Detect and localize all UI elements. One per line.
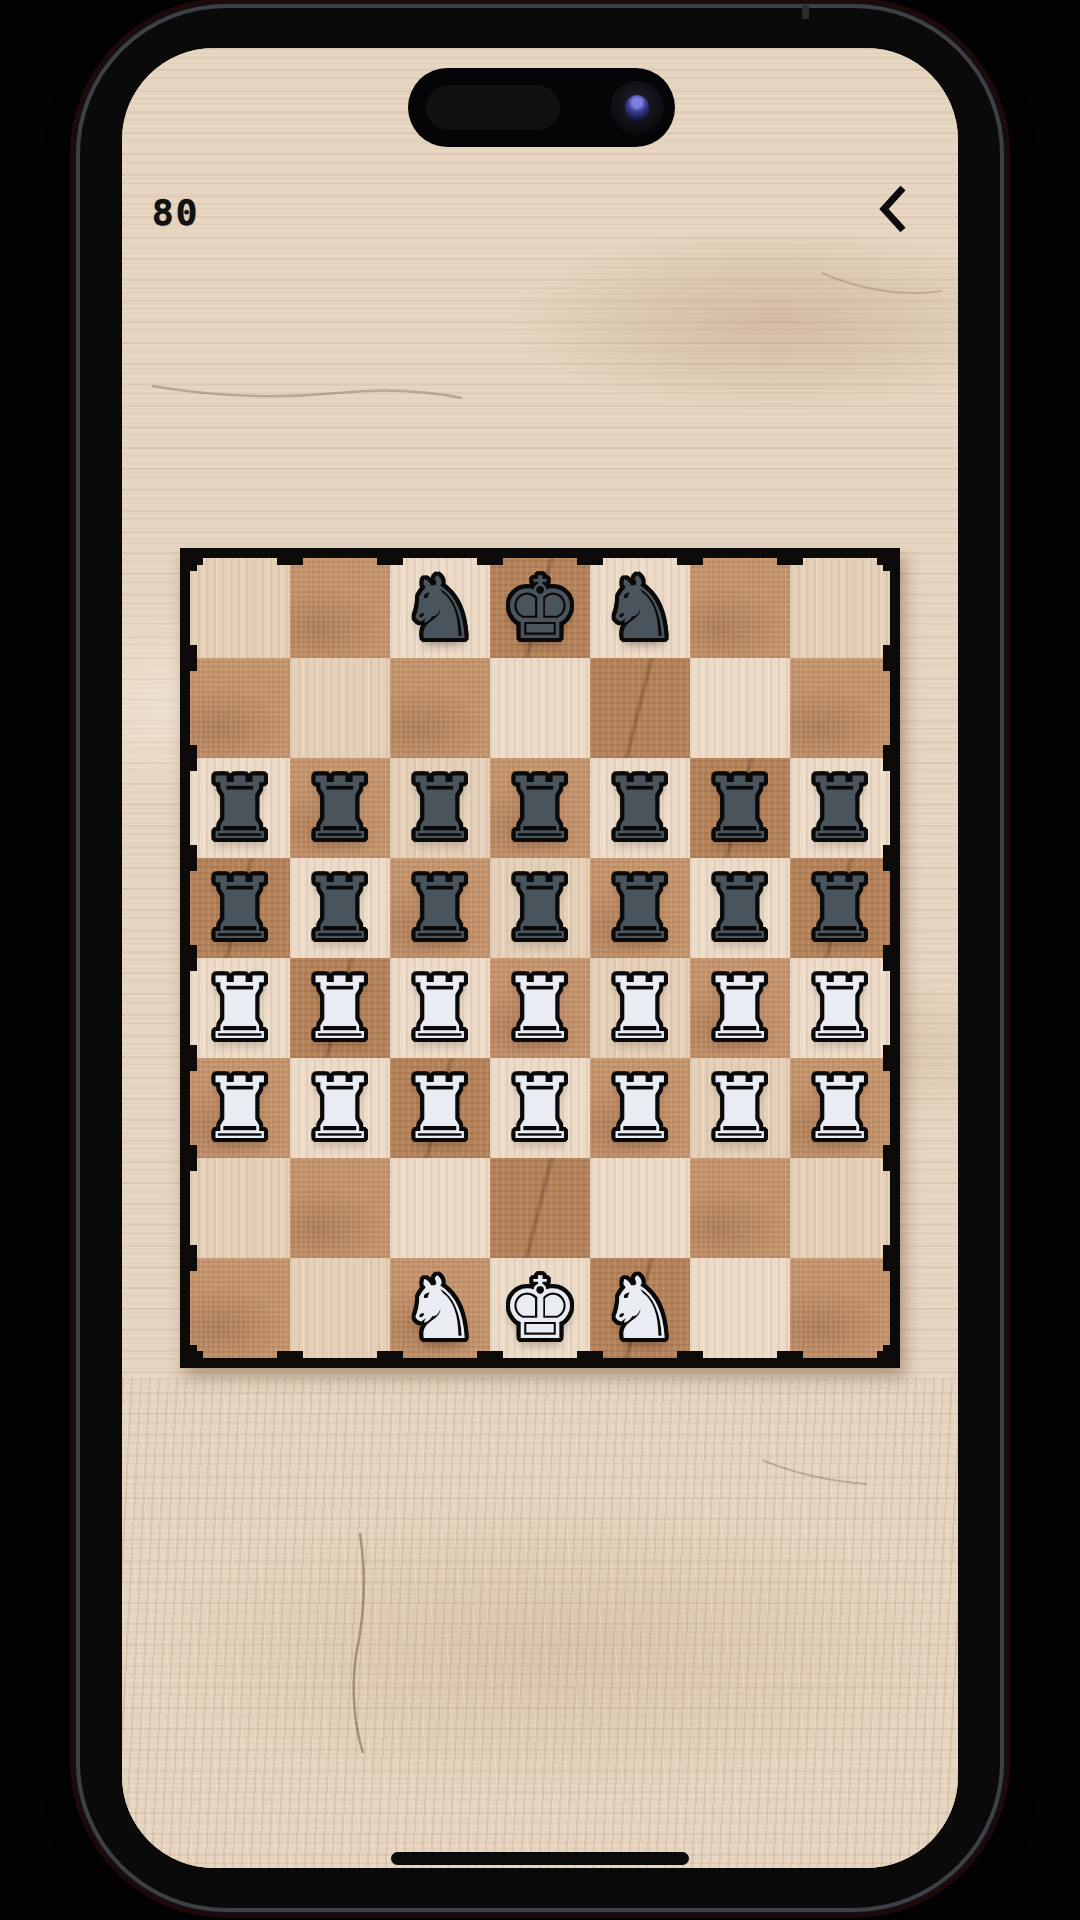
board-square[interactable]: ♜ [590, 958, 690, 1058]
board-square[interactable] [690, 1158, 790, 1258]
board-square[interactable] [290, 1158, 390, 1258]
board-square[interactable]: ♜ [590, 858, 690, 958]
chess-board-frame: ♞♚♞♜♜♜♜♜♜♜♜♜♜♜♜♜♜♜♜♜♜♜♜♜♜♜♜♜♜♜♜♞♚♞ [180, 548, 900, 1368]
piece-white-rook: ♜ [190, 958, 290, 1058]
board-square[interactable]: ♜ [190, 858, 290, 958]
piece-black-knight: ♞ [590, 558, 690, 658]
board-square[interactable]: ♜ [490, 758, 590, 858]
board-square[interactable] [790, 1158, 890, 1258]
piece-white-rook: ♜ [190, 1058, 290, 1158]
piece-black-rook: ♜ [390, 858, 490, 958]
board-square[interactable]: ♜ [290, 758, 390, 858]
piece-black-rook: ♜ [590, 858, 690, 958]
board-square[interactable] [290, 658, 390, 758]
piece-white-rook: ♜ [790, 958, 890, 1058]
piece-white-rook: ♜ [590, 1058, 690, 1158]
front-camera-icon [610, 81, 664, 135]
piece-black-rook: ♜ [790, 858, 890, 958]
chevron-left-icon [878, 184, 908, 234]
piece-white-rook: ♜ [490, 1058, 590, 1158]
board-square[interactable] [790, 1258, 890, 1358]
board-square[interactable]: ♜ [290, 858, 390, 958]
board-square[interactable]: ♜ [490, 1058, 590, 1158]
board-square[interactable] [190, 558, 290, 658]
piece-white-rook: ♜ [790, 1058, 890, 1158]
piece-black-rook: ♜ [490, 858, 590, 958]
speaker-sensor [426, 85, 560, 130]
piece-white-rook: ♜ [290, 1058, 390, 1158]
board-square[interactable] [590, 658, 690, 758]
board-square[interactable] [190, 1258, 290, 1358]
board-square[interactable]: ♚ [490, 1258, 590, 1358]
board-square[interactable]: ♜ [390, 958, 490, 1058]
wood-grain-lower [122, 1378, 958, 1868]
home-indicator[interactable] [391, 1852, 689, 1865]
phone-frame: 80 ♞♚♞♜♜♜♜♜♜♜♜♜♜♜♜♜♜♜♜♜♜♜♜♜♜♜♜♜♜♜♜♞♚♞ [76, 4, 1004, 1912]
piece-black-rook: ♜ [190, 858, 290, 958]
board-square[interactable] [590, 1158, 690, 1258]
board-square[interactable]: ♞ [590, 1258, 690, 1358]
board-square[interactable]: ♜ [390, 758, 490, 858]
board-square[interactable] [490, 658, 590, 758]
board-square[interactable]: ♞ [390, 558, 490, 658]
board-square[interactable]: ♜ [190, 758, 290, 858]
board-square[interactable] [690, 658, 790, 758]
board-square[interactable]: ♜ [190, 1058, 290, 1158]
board-square[interactable]: ♚ [490, 558, 590, 658]
board-square[interactable]: ♜ [690, 958, 790, 1058]
board-square[interactable]: ♜ [790, 758, 890, 858]
board-square[interactable]: ♜ [390, 858, 490, 958]
board-square[interactable]: ♜ [690, 1058, 790, 1158]
board-square[interactable] [290, 558, 390, 658]
board-square[interactable]: ♞ [590, 558, 690, 658]
board-square[interactable] [190, 658, 290, 758]
phone-screen: 80 ♞♚♞♜♜♜♜♜♜♜♜♜♜♜♜♜♜♜♜♜♜♜♜♜♜♜♜♜♜♜♜♞♚♞ [122, 48, 958, 1868]
camera-lens [625, 95, 649, 121]
back-button[interactable] [878, 184, 908, 234]
piece-white-king: ♚ [490, 1258, 590, 1358]
piece-black-rook: ♜ [290, 758, 390, 858]
board-square[interactable]: ♜ [690, 758, 790, 858]
board-square[interactable] [790, 558, 890, 658]
board-square[interactable]: ♜ [290, 1058, 390, 1158]
piece-black-rook: ♜ [590, 758, 690, 858]
piece-black-rook: ♜ [690, 758, 790, 858]
board-square[interactable]: ♜ [590, 758, 690, 858]
dynamic-island [408, 68, 675, 147]
board-square[interactable]: ♞ [390, 1258, 490, 1358]
piece-black-rook: ♜ [390, 758, 490, 858]
board-square[interactable]: ♜ [290, 958, 390, 1058]
board-square[interactable]: ♜ [490, 958, 590, 1058]
board-square[interactable]: ♜ [790, 858, 890, 958]
move-counter: 80 [152, 192, 199, 233]
chess-board: ♞♚♞♜♜♜♜♜♜♜♜♜♜♜♜♜♜♜♜♜♜♜♜♜♜♜♜♜♜♜♜♞♚♞ [190, 558, 890, 1358]
piece-white-rook: ♜ [690, 958, 790, 1058]
piece-white-rook: ♜ [290, 958, 390, 1058]
board-square[interactable]: ♜ [790, 1058, 890, 1158]
piece-black-king: ♚ [490, 558, 590, 658]
board-square[interactable] [390, 658, 490, 758]
board-square[interactable] [790, 658, 890, 758]
board-square[interactable]: ♜ [790, 958, 890, 1058]
piece-black-knight: ♞ [390, 558, 490, 658]
board-square[interactable]: ♜ [590, 1058, 690, 1158]
piece-black-rook: ♜ [290, 858, 390, 958]
piece-white-knight: ♞ [590, 1258, 690, 1358]
board-square[interactable] [390, 1158, 490, 1258]
piece-white-rook: ♜ [690, 1058, 790, 1158]
piece-black-rook: ♜ [790, 758, 890, 858]
board-square[interactable] [690, 1258, 790, 1358]
board-square[interactable] [290, 1258, 390, 1358]
piece-black-rook: ♜ [690, 858, 790, 958]
piece-white-knight: ♞ [390, 1258, 490, 1358]
board-square[interactable]: ♜ [390, 1058, 490, 1158]
board-square[interactable] [490, 1158, 590, 1258]
board-square[interactable]: ♜ [490, 858, 590, 958]
board-square[interactable]: ♜ [690, 858, 790, 958]
antenna-band [802, 5, 809, 19]
board-square[interactable] [190, 1158, 290, 1258]
piece-black-rook: ♜ [190, 758, 290, 858]
board-square[interactable] [690, 558, 790, 658]
piece-white-rook: ♜ [390, 958, 490, 1058]
piece-white-rook: ♜ [490, 958, 590, 1058]
piece-white-rook: ♜ [390, 1058, 490, 1158]
board-square[interactable]: ♜ [190, 958, 290, 1058]
piece-black-rook: ♜ [490, 758, 590, 858]
piece-white-rook: ♜ [590, 958, 690, 1058]
